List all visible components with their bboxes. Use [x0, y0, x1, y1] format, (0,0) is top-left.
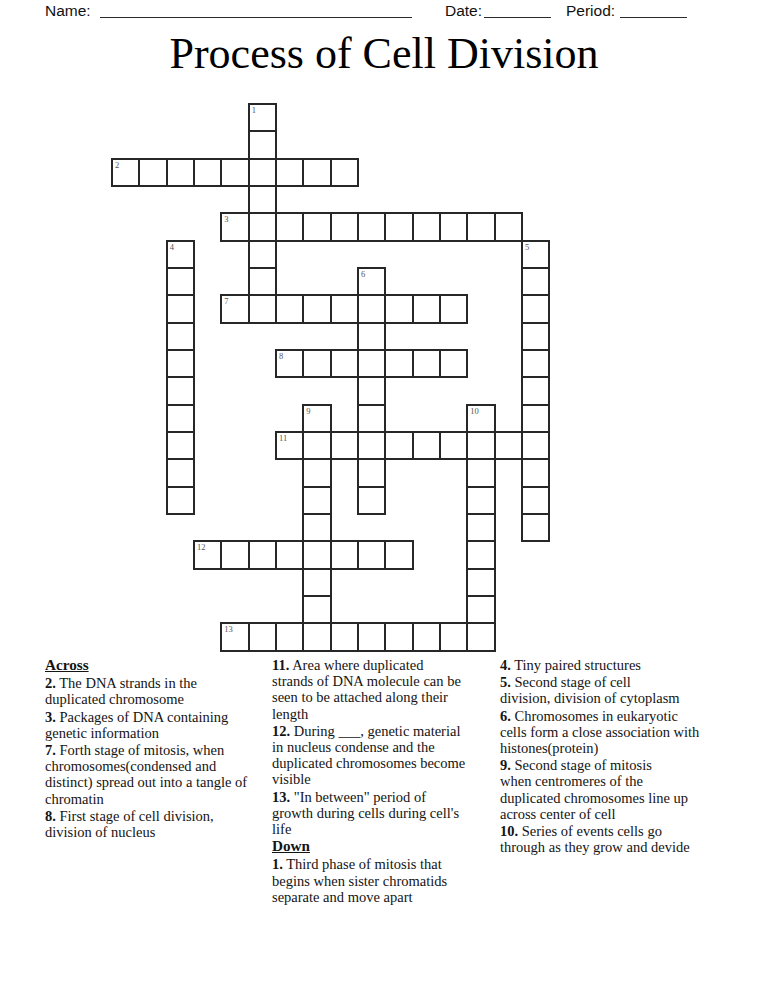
grid-cell[interactable] — [193, 158, 222, 187]
cell-number: 1 — [252, 105, 256, 115]
date-blank-field[interactable] — [484, 2, 551, 18]
grid-cell[interactable] — [412, 294, 441, 323]
grid-cell[interactable]: 7 — [220, 294, 249, 323]
cell-number: 10 — [470, 406, 479, 416]
grid-cell[interactable]: 12 — [193, 540, 222, 569]
cell-number: 3 — [224, 214, 228, 224]
grid-cell[interactable] — [521, 376, 550, 405]
grid-cell[interactable] — [302, 540, 331, 569]
grid-cell[interactable] — [521, 431, 550, 460]
grid-cell[interactable] — [466, 622, 495, 651]
grid-cell[interactable] — [248, 185, 277, 214]
grid-cell[interactable] — [357, 486, 386, 515]
grid-cell[interactable] — [166, 458, 195, 487]
grid-cell[interactable] — [166, 431, 195, 460]
grid-cell[interactable] — [357, 349, 386, 378]
across-header: Across — [45, 657, 273, 673]
grid-cell[interactable] — [330, 431, 359, 460]
grid-cell[interactable] — [466, 458, 495, 487]
grid-cell[interactable] — [466, 513, 495, 542]
grid-cell[interactable] — [302, 513, 331, 542]
date-label: Date: — [445, 2, 482, 20]
grid-cell[interactable] — [357, 431, 386, 460]
grid-cell[interactable] — [494, 212, 523, 241]
grid-cell[interactable] — [330, 294, 359, 323]
clue-3-across: 3. Packages of DNA containinggenetic inf… — [45, 709, 273, 741]
grid-cell[interactable] — [166, 267, 195, 296]
name-blank-field[interactable] — [100, 2, 412, 18]
clue-10-down: 10. Series of events cells gothrough as … — [500, 823, 748, 855]
grid-cell[interactable]: 5 — [521, 240, 550, 269]
grid-cell[interactable] — [412, 212, 441, 241]
grid-cell[interactable] — [220, 158, 249, 187]
grid-cell[interactable] — [302, 212, 331, 241]
cell-number: 4 — [170, 242, 174, 252]
clue-8-across: 8. First stage of cell division,division… — [45, 808, 273, 840]
header-row: Name: Date: Period: — [0, 2, 768, 24]
grid-cell[interactable] — [166, 294, 195, 323]
grid-cell[interactable] — [357, 294, 386, 323]
grid-cell[interactable] — [330, 349, 359, 378]
grid-cell[interactable]: 10 — [466, 404, 495, 433]
grid-cell[interactable] — [248, 540, 277, 569]
period-label: Period: — [566, 2, 615, 20]
cell-number: 13 — [224, 624, 233, 634]
grid-cell[interactable] — [384, 294, 413, 323]
name-label: Name: — [45, 2, 91, 20]
grid-cell[interactable] — [521, 322, 550, 351]
clue-2-across: 2. The DNA strands in theduplicated chro… — [45, 675, 273, 707]
grid-cell[interactable] — [384, 622, 413, 651]
clue-4-down: 4. Tiny paired structures — [500, 657, 748, 673]
grid-cell[interactable] — [384, 431, 413, 460]
grid-cell[interactable] — [166, 486, 195, 515]
grid-cell[interactable] — [302, 568, 331, 597]
grid-cell[interactable]: 4 — [166, 240, 195, 269]
grid-cell[interactable] — [521, 404, 550, 433]
grid-cell[interactable] — [357, 212, 386, 241]
grid-cell[interactable] — [521, 458, 550, 487]
grid-cell[interactable]: 3 — [220, 212, 249, 241]
grid-cell[interactable]: 2 — [111, 158, 140, 187]
grid-cell[interactable] — [521, 513, 550, 542]
grid-cell[interactable] — [302, 458, 331, 487]
grid-cell[interactable] — [302, 486, 331, 515]
cell-number: 9 — [306, 406, 310, 416]
clue-6-down: 6. Chromosomes in eukaryoticcells form a… — [500, 708, 748, 757]
grid-cell[interactable]: 8 — [275, 349, 304, 378]
grid-cell[interactable] — [275, 622, 304, 651]
grid-cell[interactable] — [466, 431, 495, 460]
crossword-grid: 12345678910111213 — [111, 103, 551, 653]
clue-1-down: 1. Third phase of mitosis thatbegins whe… — [272, 856, 497, 905]
grid-cell[interactable] — [166, 376, 195, 405]
down-header: Down — [272, 838, 497, 854]
grid-cell[interactable] — [248, 158, 277, 187]
cell-number: 2 — [115, 160, 119, 170]
grid-cell[interactable] — [275, 158, 304, 187]
grid-cell[interactable] — [466, 212, 495, 241]
grid-cell[interactable] — [439, 431, 468, 460]
clue-7-across: 7. Forth stage of mitosis, whenchromosom… — [45, 742, 273, 807]
grid-cell[interactable] — [330, 540, 359, 569]
grid-cell[interactable] — [384, 212, 413, 241]
grid-cell[interactable] — [275, 540, 304, 569]
grid-cell[interactable] — [384, 349, 413, 378]
grid-cell[interactable] — [357, 322, 386, 351]
grid-cell[interactable] — [521, 486, 550, 515]
grid-cell[interactable] — [439, 349, 468, 378]
grid-cell[interactable] — [248, 212, 277, 241]
grid-cell[interactable] — [248, 294, 277, 323]
grid-cell[interactable] — [220, 540, 249, 569]
grid-cell[interactable] — [466, 486, 495, 515]
grid-cell[interactable] — [357, 404, 386, 433]
grid-cell[interactable] — [412, 622, 441, 651]
grid-cell[interactable] — [166, 322, 195, 351]
cell-number: 7 — [224, 296, 228, 306]
grid-cell[interactable] — [275, 294, 304, 323]
clues-column-left: Across2. The DNA strands in theduplicate… — [45, 657, 273, 841]
grid-cell[interactable] — [302, 349, 331, 378]
grid-cell[interactable] — [439, 294, 468, 323]
cell-number: 5 — [525, 242, 529, 252]
grid-cell[interactable] — [466, 595, 495, 624]
clue-11-across: 11. Area where duplicatedstrands of DNA … — [272, 657, 497, 722]
grid-cell[interactable]: 6 — [357, 267, 386, 296]
grid-cell[interactable] — [302, 158, 331, 187]
grid-cell[interactable] — [302, 595, 331, 624]
grid-cell[interactable] — [357, 458, 386, 487]
grid-cell[interactable] — [248, 622, 277, 651]
grid-cell[interactable]: 11 — [275, 431, 304, 460]
grid-cell[interactable] — [248, 267, 277, 296]
grid-cell[interactable] — [357, 540, 386, 569]
grid-cell[interactable] — [466, 540, 495, 569]
grid-cell[interactable] — [384, 540, 413, 569]
grid-cell[interactable] — [439, 622, 468, 651]
grid-cell[interactable] — [494, 431, 523, 460]
cell-number: 6 — [361, 269, 365, 279]
grid-cell[interactable] — [138, 158, 167, 187]
grid-cell[interactable]: 1 — [248, 103, 277, 132]
cell-number: 12 — [197, 542, 206, 552]
grid-cell[interactable]: 13 — [220, 622, 249, 651]
cell-number: 8 — [279, 351, 283, 361]
grid-cell[interactable] — [302, 294, 331, 323]
grid-cell[interactable] — [412, 431, 441, 460]
grid-cell[interactable] — [330, 158, 359, 187]
worksheet-page: Name: Date: Period: Process of Cell Divi… — [0, 0, 768, 994]
clues-column-right: 4. Tiny paired structures5. Second stage… — [500, 657, 748, 856]
grid-cell[interactable] — [357, 376, 386, 405]
grid-cell[interactable]: 9 — [302, 404, 331, 433]
grid-cell[interactable] — [439, 212, 468, 241]
grid-cell[interactable] — [521, 267, 550, 296]
grid-cell[interactable] — [275, 212, 304, 241]
grid-cell[interactable] — [166, 158, 195, 187]
clues-column-middle: 11. Area where duplicatedstrands of DNA … — [272, 657, 497, 906]
grid-cell[interactable] — [302, 431, 331, 460]
grid-cell[interactable] — [166, 349, 195, 378]
period-blank-field[interactable] — [620, 2, 687, 18]
grid-cell[interactable] — [412, 349, 441, 378]
grid-cell[interactable] — [521, 294, 550, 323]
grid-cell[interactable] — [521, 349, 550, 378]
grid-cell[interactable] — [248, 240, 277, 269]
grid-cell[interactable] — [330, 212, 359, 241]
clue-13-across: 13. "In between" period ofgrowth during … — [272, 789, 497, 838]
grid-cell[interactable] — [302, 622, 331, 651]
clue-5-down: 5. Second stage of celldivision, divisio… — [500, 674, 748, 706]
page-title: Process of Cell Division — [0, 30, 768, 78]
grid-cell[interactable] — [357, 622, 386, 651]
cell-number: 11 — [279, 433, 287, 443]
grid-cell[interactable] — [166, 404, 195, 433]
grid-cell[interactable] — [248, 130, 277, 159]
clue-9-down: 9. Second stage of mitosiswhen centromer… — [500, 757, 748, 822]
clue-12-across: 12. During ___, genetic materialin nucle… — [272, 723, 497, 788]
grid-cell[interactable] — [330, 622, 359, 651]
grid-cell[interactable] — [466, 568, 495, 597]
